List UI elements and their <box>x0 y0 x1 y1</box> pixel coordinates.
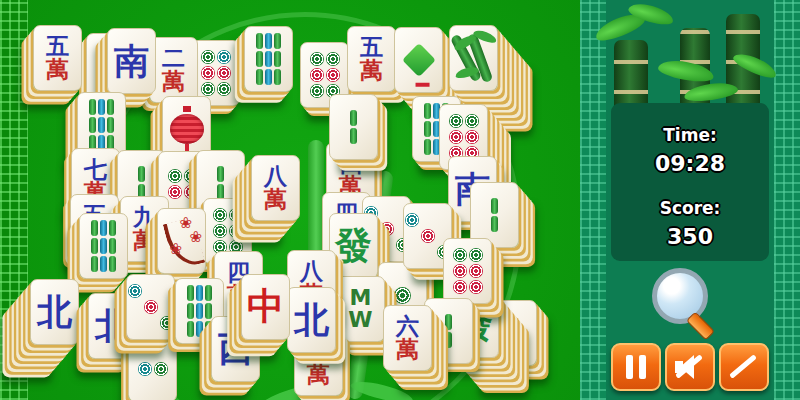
tile-circles-2[interactable] <box>128 336 177 400</box>
tile-bamboo-8[interactable] <box>244 26 293 92</box>
tile-north-wind[interactable]: 北 <box>30 279 79 345</box>
tile-characters-5[interactable]: 五萬 <box>347 26 396 92</box>
tile-bamboo-plant[interactable] <box>449 25 498 91</box>
tile-characters-5[interactable]: 五萬 <box>33 25 82 91</box>
tile-red-dragon[interactable]: 中 <box>241 274 290 340</box>
sound-off-button[interactable] <box>665 343 715 391</box>
tile-characters-8[interactable]: 八萬 <box>251 155 300 221</box>
tile-bamboo-2[interactable] <box>329 94 378 160</box>
time-label: Time: <box>663 125 716 145</box>
hint-magnifier-button[interactable] <box>652 268 722 338</box>
pause-icon <box>639 355 646 379</box>
magnifier-handle-icon <box>686 312 715 341</box>
tile-bamboo-leaves[interactable]: MW <box>336 276 385 342</box>
tile-characters-2[interactable]: 二萬 <box>149 37 198 103</box>
pause-icon <box>626 355 633 379</box>
tile-characters-6[interactable]: 六萬 <box>383 305 432 371</box>
tile-circles-3[interactable] <box>126 274 175 340</box>
tile-lantern-green[interactable] <box>394 27 443 93</box>
time-value: 09:28 <box>655 151 725 176</box>
tile-circles-6[interactable] <box>443 238 492 304</box>
tile-flower-plum[interactable]: ❀❀❀ <box>157 208 206 274</box>
pause-button[interactable] <box>611 343 661 391</box>
mahjong-board: 六萬五萬二萬南南五萬四萬七萬南五萬九萬四萬八萬❀❀❀發發MW八萬六萬北六萬四萬北… <box>0 0 580 400</box>
board-border-pattern <box>0 0 28 400</box>
sidebar-border-pattern-right <box>774 0 800 400</box>
tile-bamboo-9[interactable] <box>79 213 128 279</box>
sidebar-border-pattern-left <box>580 0 606 400</box>
tile-north-wind[interactable]: 北 <box>287 287 336 353</box>
slash-icon <box>729 354 757 378</box>
score-label: Score: <box>660 198 721 218</box>
music-off-button[interactable] <box>719 343 769 391</box>
tile-green-dragon[interactable]: 發 <box>329 213 378 279</box>
tile-south-wind[interactable]: 南 <box>107 28 156 94</box>
score-value: 350 <box>667 224 713 249</box>
sidebar: Time: 09:28 Score: 350 <box>580 0 800 400</box>
control-buttons <box>611 343 769 391</box>
status-panel: Time: 09:28 Score: 350 <box>611 103 769 261</box>
